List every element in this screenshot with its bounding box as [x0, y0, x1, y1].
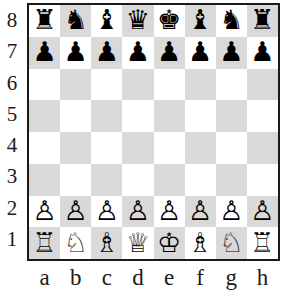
piece-white-rook[interactable]: ♖ — [32, 229, 56, 256]
piece-black-queen[interactable]: ♛ — [126, 6, 150, 33]
rank-label-4: 4 — [0, 130, 24, 161]
piece-white-pawn[interactable]: ♙ — [95, 197, 119, 224]
square-a7[interactable]: ♟ — [29, 37, 60, 69]
square-a4[interactable] — [29, 132, 60, 164]
piece-white-queen[interactable]: ♕ — [126, 229, 150, 256]
square-e6[interactable] — [154, 69, 185, 101]
chess-diagram: 87654321 ♜♞♝♛♚♝♞♜♟♟♟♟♟♟♟♟♙♙♙♙♙♙♙♙♖♘♗♕♔♗♘… — [0, 0, 281, 299]
square-h4[interactable] — [247, 132, 278, 164]
piece-black-pawn[interactable]: ♟ — [157, 38, 181, 65]
rank-label-1: 1 — [0, 224, 24, 255]
piece-black-knight[interactable]: ♞ — [64, 6, 88, 33]
square-a3[interactable] — [29, 164, 60, 196]
square-c7[interactable]: ♟ — [91, 37, 122, 69]
square-g3[interactable] — [216, 164, 247, 196]
square-f5[interactable] — [185, 100, 216, 132]
rank-label-3: 3 — [0, 161, 24, 192]
square-a1[interactable]: ♖ — [29, 227, 60, 259]
square-g1[interactable]: ♘ — [216, 227, 247, 259]
file-label-g: g — [216, 261, 247, 295]
square-d1[interactable]: ♕ — [122, 227, 153, 259]
piece-black-knight[interactable]: ♞ — [219, 6, 243, 33]
piece-black-bishop[interactable]: ♝ — [188, 6, 212, 33]
piece-black-bishop[interactable]: ♝ — [95, 6, 119, 33]
square-h7[interactable]: ♟ — [247, 37, 278, 69]
square-b5[interactable] — [60, 100, 91, 132]
piece-black-pawn[interactable]: ♟ — [95, 38, 119, 65]
square-a6[interactable] — [29, 69, 60, 101]
file-label-a: a — [29, 261, 60, 295]
square-h2[interactable]: ♙ — [247, 196, 278, 228]
piece-white-rook[interactable]: ♖ — [250, 229, 274, 256]
square-e2[interactable]: ♙ — [154, 196, 185, 228]
square-h8[interactable]: ♜ — [247, 5, 278, 37]
square-d6[interactable] — [122, 69, 153, 101]
file-label-h: h — [247, 261, 278, 295]
piece-black-pawn[interactable]: ♟ — [188, 38, 212, 65]
square-b3[interactable] — [60, 164, 91, 196]
square-f4[interactable] — [185, 132, 216, 164]
rank-label-2: 2 — [0, 193, 24, 224]
piece-black-pawn[interactable]: ♟ — [64, 38, 88, 65]
file-label-d: d — [122, 261, 153, 295]
square-c8[interactable]: ♝ — [91, 5, 122, 37]
square-b6[interactable] — [60, 69, 91, 101]
piece-black-rook[interactable]: ♜ — [250, 6, 274, 33]
piece-white-king[interactable]: ♔ — [157, 229, 181, 256]
rank-label-5: 5 — [0, 99, 24, 130]
square-f1[interactable]: ♗ — [185, 227, 216, 259]
square-e8[interactable]: ♚ — [154, 5, 185, 37]
square-c5[interactable] — [91, 100, 122, 132]
square-c2[interactable]: ♙ — [91, 196, 122, 228]
rank-label-7: 7 — [0, 36, 24, 67]
square-b2[interactable]: ♙ — [60, 196, 91, 228]
piece-white-pawn[interactable]: ♙ — [157, 197, 181, 224]
square-h3[interactable] — [247, 164, 278, 196]
piece-white-knight[interactable]: ♘ — [219, 229, 243, 256]
square-a2[interactable]: ♙ — [29, 196, 60, 228]
piece-black-pawn[interactable]: ♟ — [32, 38, 56, 65]
file-labels: abcdefgh — [29, 261, 278, 295]
square-g7[interactable]: ♟ — [216, 37, 247, 69]
square-g6[interactable] — [216, 69, 247, 101]
piece-white-bishop[interactable]: ♗ — [95, 229, 119, 256]
square-e4[interactable] — [154, 132, 185, 164]
square-f8[interactable]: ♝ — [185, 5, 216, 37]
square-f3[interactable] — [185, 164, 216, 196]
square-b4[interactable] — [60, 132, 91, 164]
chess-board: ♜♞♝♛♚♝♞♜♟♟♟♟♟♟♟♟♙♙♙♙♙♙♙♙♖♘♗♕♔♗♘♖ — [27, 3, 280, 261]
piece-black-rook[interactable]: ♜ — [32, 6, 56, 33]
square-d4[interactable] — [122, 132, 153, 164]
square-g8[interactable]: ♞ — [216, 5, 247, 37]
piece-white-knight[interactable]: ♘ — [64, 229, 88, 256]
piece-white-pawn[interactable]: ♙ — [188, 197, 212, 224]
rank-label-6: 6 — [0, 68, 24, 99]
piece-black-pawn[interactable]: ♟ — [126, 38, 150, 65]
square-c4[interactable] — [91, 132, 122, 164]
square-c1[interactable]: ♗ — [91, 227, 122, 259]
square-g4[interactable] — [216, 132, 247, 164]
piece-white-pawn[interactable]: ♙ — [64, 197, 88, 224]
square-b7[interactable]: ♟ — [60, 37, 91, 69]
file-label-b: b — [60, 261, 91, 295]
square-e3[interactable] — [154, 164, 185, 196]
piece-black-pawn[interactable]: ♟ — [219, 38, 243, 65]
square-h1[interactable]: ♖ — [247, 227, 278, 259]
piece-white-pawn[interactable]: ♙ — [126, 197, 150, 224]
square-b8[interactable]: ♞ — [60, 5, 91, 37]
file-label-c: c — [91, 261, 122, 295]
piece-white-bishop[interactable]: ♗ — [188, 229, 212, 256]
square-a8[interactable]: ♜ — [29, 5, 60, 37]
square-d7[interactable]: ♟ — [122, 37, 153, 69]
piece-black-king[interactable]: ♚ — [157, 6, 181, 33]
square-f7[interactable]: ♟ — [185, 37, 216, 69]
piece-white-pawn[interactable]: ♙ — [32, 197, 56, 224]
square-f6[interactable] — [185, 69, 216, 101]
rank-labels: 87654321 — [0, 5, 24, 255]
rank-label-8: 8 — [0, 5, 24, 36]
square-d2[interactable]: ♙ — [122, 196, 153, 228]
square-d5[interactable] — [122, 100, 153, 132]
square-d8[interactable]: ♛ — [122, 5, 153, 37]
piece-black-pawn[interactable]: ♟ — [250, 38, 274, 65]
piece-white-pawn[interactable]: ♙ — [250, 197, 274, 224]
piece-white-pawn[interactable]: ♙ — [219, 197, 243, 224]
square-g2[interactable]: ♙ — [216, 196, 247, 228]
square-e5[interactable] — [154, 100, 185, 132]
square-c6[interactable] — [91, 69, 122, 101]
file-label-f: f — [185, 261, 216, 295]
square-f2[interactable]: ♙ — [185, 196, 216, 228]
square-h5[interactable] — [247, 100, 278, 132]
square-e1[interactable]: ♔ — [154, 227, 185, 259]
square-h6[interactable] — [247, 69, 278, 101]
square-g5[interactable] — [216, 100, 247, 132]
square-b1[interactable]: ♘ — [60, 227, 91, 259]
square-c3[interactable] — [91, 164, 122, 196]
square-e7[interactable]: ♟ — [154, 37, 185, 69]
square-a5[interactable] — [29, 100, 60, 132]
file-label-e: e — [154, 261, 185, 295]
square-d3[interactable] — [122, 164, 153, 196]
